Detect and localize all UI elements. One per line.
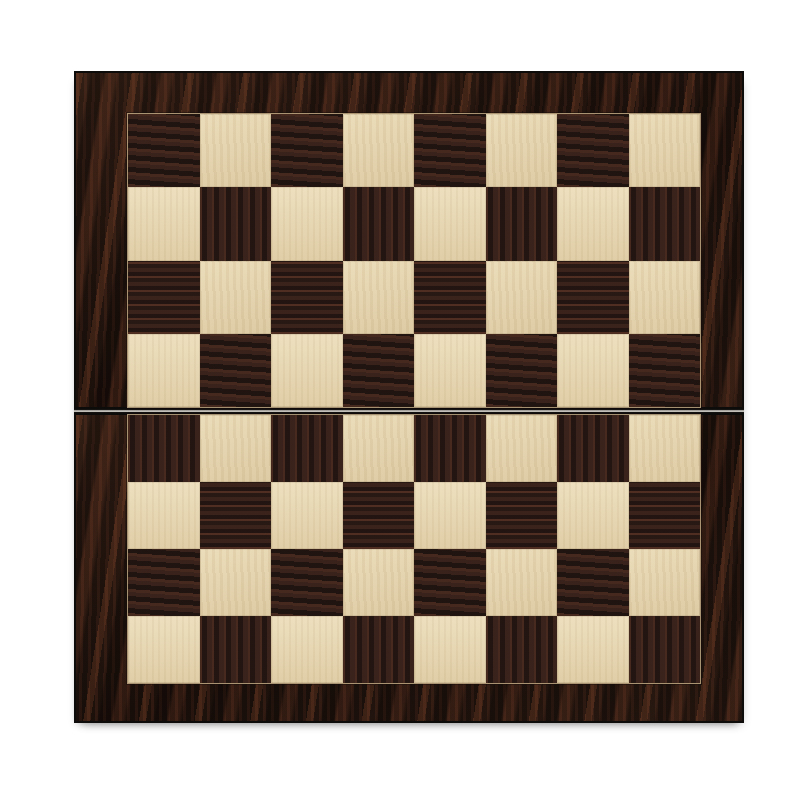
square-e2[interactable] [414,549,486,616]
square-f3[interactable] [486,482,558,549]
square-d6[interactable] [343,261,415,334]
board-photo [0,0,800,800]
square-b3[interactable] [200,482,272,549]
square-a5[interactable] [128,334,200,407]
square-c5[interactable] [271,334,343,407]
square-a2[interactable] [128,549,200,616]
square-c2[interactable] [271,549,343,616]
square-h3[interactable] [629,482,701,549]
square-g5[interactable] [557,334,629,407]
square-a6[interactable] [128,261,200,334]
square-e6[interactable] [414,261,486,334]
square-g3[interactable] [557,482,629,549]
square-d2[interactable] [343,549,415,616]
square-f5[interactable] [486,334,558,407]
square-a1[interactable] [128,616,200,683]
square-b1[interactable] [200,616,272,683]
square-g4[interactable] [557,415,629,482]
square-d1[interactable] [343,616,415,683]
square-c1[interactable] [271,616,343,683]
square-a3[interactable] [128,482,200,549]
square-h8[interactable] [629,114,701,187]
playing-area-bottom [128,415,700,683]
square-c4[interactable] [271,415,343,482]
square-e5[interactable] [414,334,486,407]
square-f8[interactable] [486,114,558,187]
square-h1[interactable] [629,616,701,683]
square-b4[interactable] [200,415,272,482]
square-c3[interactable] [271,482,343,549]
square-g6[interactable] [557,261,629,334]
square-e1[interactable] [414,616,486,683]
square-b8[interactable] [200,114,272,187]
square-a7[interactable] [128,187,200,260]
square-g1[interactable] [557,616,629,683]
square-g8[interactable] [557,114,629,187]
square-f4[interactable] [486,415,558,482]
square-e3[interactable] [414,482,486,549]
square-b2[interactable] [200,549,272,616]
square-e7[interactable] [414,187,486,260]
square-h5[interactable] [629,334,701,407]
square-c8[interactable] [271,114,343,187]
square-d8[interactable] [343,114,415,187]
board-bottom-half [74,413,744,723]
square-e4[interactable] [414,415,486,482]
square-f7[interactable] [486,187,558,260]
square-h7[interactable] [629,187,701,260]
square-h4[interactable] [629,415,701,482]
square-d5[interactable] [343,334,415,407]
square-c7[interactable] [271,187,343,260]
square-h2[interactable] [629,549,701,616]
square-b6[interactable] [200,261,272,334]
square-d7[interactable] [343,187,415,260]
square-f1[interactable] [486,616,558,683]
square-b5[interactable] [200,334,272,407]
square-d4[interactable] [343,415,415,482]
square-d3[interactable] [343,482,415,549]
square-b7[interactable] [200,187,272,260]
square-h6[interactable] [629,261,701,334]
chessboard [74,71,744,723]
square-g7[interactable] [557,187,629,260]
square-c6[interactable] [271,261,343,334]
square-a8[interactable] [128,114,200,187]
square-f2[interactable] [486,549,558,616]
square-a4[interactable] [128,415,200,482]
square-e8[interactable] [414,114,486,187]
square-f6[interactable] [486,261,558,334]
playing-area-top [128,114,700,407]
board-top-half [74,71,744,409]
square-g2[interactable] [557,549,629,616]
